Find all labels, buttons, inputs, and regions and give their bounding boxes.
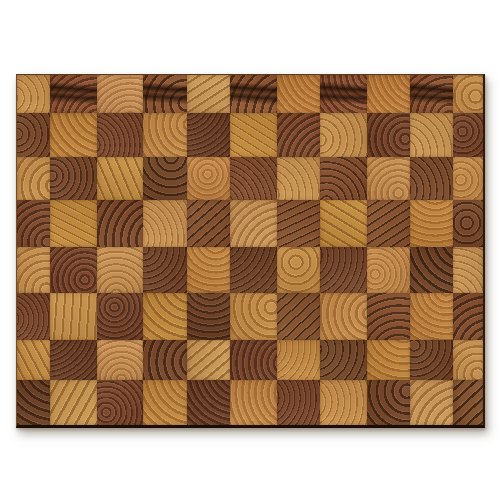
board-square-light — [50, 200, 97, 247]
board-square-light — [187, 75, 230, 113]
board-square-dark — [143, 247, 187, 293]
board-square-light — [97, 340, 143, 380]
board-grid — [17, 75, 483, 425]
board-square-dark — [410, 340, 453, 380]
board-square-light — [143, 293, 187, 340]
board-square-light — [453, 247, 483, 293]
board-square-dark — [97, 200, 143, 247]
board-square-dark — [277, 380, 320, 425]
board-square-dark — [453, 113, 483, 157]
board-square-dark — [17, 293, 50, 340]
board-square-light — [230, 200, 277, 247]
board-square-dark — [277, 113, 320, 157]
board-square-light — [187, 340, 230, 380]
board-square-light — [453, 75, 483, 113]
board-square-light — [320, 380, 367, 425]
board-square-light — [453, 157, 483, 200]
board-square-dark — [367, 200, 410, 247]
board-square-light — [143, 113, 187, 157]
board-square-dark — [453, 293, 483, 340]
board-square-light — [230, 293, 277, 340]
board-square-dark — [410, 157, 453, 200]
board-square-light — [50, 380, 97, 425]
board-square-dark — [367, 380, 410, 425]
board-square-light — [410, 380, 453, 425]
board-square-dark — [187, 293, 230, 340]
board-square-dark — [187, 200, 230, 247]
board-square-light — [453, 340, 483, 380]
board-square-light — [17, 340, 50, 380]
board-square-light — [143, 380, 187, 425]
board-square-dark — [187, 380, 230, 425]
board-square-dark — [143, 340, 187, 380]
board-square-light — [17, 157, 50, 200]
board-square-dark — [320, 75, 367, 113]
board-square-light — [50, 293, 97, 340]
board-square-light — [367, 247, 410, 293]
board-square-dark — [50, 340, 97, 380]
board-square-dark — [97, 113, 143, 157]
board-square-dark — [453, 200, 483, 247]
board-square-light — [277, 340, 320, 380]
cutting-board — [16, 74, 485, 428]
board-square-dark — [17, 200, 50, 247]
board-square-light — [410, 113, 453, 157]
board-square-dark — [230, 157, 277, 200]
board-square-light — [367, 157, 410, 200]
board-square-light — [143, 200, 187, 247]
board-square-light — [320, 293, 367, 340]
board-square-dark — [143, 157, 187, 200]
board-square-dark — [367, 113, 410, 157]
board-square-light — [277, 75, 320, 113]
board-square-dark — [320, 157, 367, 200]
board-square-dark — [410, 247, 453, 293]
board-square-light — [230, 113, 277, 157]
board-square-light — [277, 247, 320, 293]
board-square-light — [367, 340, 410, 380]
board-square-light — [97, 247, 143, 293]
board-square-dark — [50, 247, 97, 293]
board-square-dark — [367, 293, 410, 340]
board-square-dark — [97, 380, 143, 425]
board-square-light — [187, 247, 230, 293]
page-background: { "game": "checkerboard (checkers/chess-… — [0, 0, 500, 500]
board-square-dark — [230, 340, 277, 380]
board-square-light — [50, 113, 97, 157]
board-square-light — [277, 157, 320, 200]
board-square-light — [410, 200, 453, 247]
board-square-dark — [230, 247, 277, 293]
board-square-light — [367, 75, 410, 113]
board-square-dark — [187, 113, 230, 157]
board-square-light — [17, 247, 50, 293]
board-square-dark — [17, 380, 50, 425]
board-square-dark — [320, 340, 367, 380]
board-square-light — [187, 157, 230, 200]
board-square-light — [320, 200, 367, 247]
board-square-light — [97, 157, 143, 200]
board-square-light — [97, 75, 143, 113]
board-square-dark — [50, 157, 97, 200]
board-square-dark — [143, 75, 187, 113]
board-square-dark — [320, 247, 367, 293]
board-square-dark — [277, 200, 320, 247]
board-square-dark — [453, 380, 483, 425]
board-square-light — [410, 293, 453, 340]
board-square-light — [320, 113, 367, 157]
board-square-light — [230, 380, 277, 425]
board-square-dark — [230, 75, 277, 113]
board-square-dark — [17, 113, 50, 157]
board-square-dark — [410, 75, 453, 113]
board-square-dark — [277, 293, 320, 340]
board-square-dark — [97, 293, 143, 340]
board-square-dark — [50, 75, 97, 113]
board-square-light — [17, 75, 50, 113]
